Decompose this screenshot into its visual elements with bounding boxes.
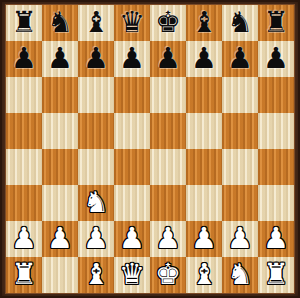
square-b1[interactable] [42, 257, 78, 293]
square-f4[interactable] [186, 149, 222, 185]
square-a5[interactable] [6, 113, 42, 149]
square-g5[interactable] [222, 113, 258, 149]
square-d5[interactable] [114, 113, 150, 149]
black-bishop[interactable]: ♝ [191, 5, 217, 40]
square-b4[interactable] [42, 149, 78, 185]
square-f7[interactable]: ♟ [186, 41, 222, 77]
white-pawn[interactable]: ♟ [11, 221, 37, 256]
square-b5[interactable] [42, 113, 78, 149]
white-knight[interactable]: ♞ [227, 257, 253, 292]
square-d3[interactable] [114, 185, 150, 221]
square-b8[interactable]: ♞ [42, 5, 78, 41]
square-h2[interactable]: ♟ [258, 221, 294, 257]
white-pawn[interactable]: ♟ [83, 221, 109, 256]
white-bishop[interactable]: ♝ [191, 257, 217, 292]
black-pawn[interactable]: ♟ [47, 41, 73, 76]
square-a7[interactable]: ♟ [6, 41, 42, 77]
square-g1[interactable]: ♞ [222, 257, 258, 293]
black-pawn[interactable]: ♟ [83, 41, 109, 76]
square-c8[interactable]: ♝ [78, 5, 114, 41]
square-e4[interactable] [150, 149, 186, 185]
square-g8[interactable]: ♞ [222, 5, 258, 41]
black-queen[interactable]: ♛ [119, 5, 145, 40]
black-pawn[interactable]: ♟ [119, 41, 145, 76]
square-c1[interactable]: ♝ [78, 257, 114, 293]
white-pawn[interactable]: ♟ [191, 221, 217, 256]
square-d4[interactable] [114, 149, 150, 185]
square-h8[interactable]: ♜ [258, 5, 294, 41]
square-e6[interactable] [150, 77, 186, 113]
square-e5[interactable] [150, 113, 186, 149]
square-h5[interactable] [258, 113, 294, 149]
square-h4[interactable] [258, 149, 294, 185]
square-f3[interactable] [186, 185, 222, 221]
square-d6[interactable] [114, 77, 150, 113]
square-a3[interactable] [6, 185, 42, 221]
black-pawn[interactable]: ♟ [227, 41, 253, 76]
square-f8[interactable]: ♝ [186, 5, 222, 41]
white-pawn[interactable]: ♟ [119, 221, 145, 256]
black-rook[interactable]: ♜ [11, 5, 37, 40]
black-rook[interactable]: ♜ [263, 5, 289, 40]
square-e2[interactable]: ♟ [150, 221, 186, 257]
square-g6[interactable] [222, 77, 258, 113]
square-h1[interactable]: ♜ [258, 257, 294, 293]
square-c4[interactable] [78, 149, 114, 185]
chess-board-frame: ♜♞♝♛♚♝♞♜♟♟♟♟♟♟♟♟♞♟♟♟♟♟♟♟♟♜♝♛♚♝♞♜ [0, 0, 300, 298]
square-b3[interactable] [42, 185, 78, 221]
square-a1[interactable]: ♜ [6, 257, 42, 293]
square-g4[interactable] [222, 149, 258, 185]
square-e1[interactable]: ♚ [150, 257, 186, 293]
black-bishop[interactable]: ♝ [83, 5, 109, 40]
square-b7[interactable]: ♟ [42, 41, 78, 77]
black-pawn[interactable]: ♟ [263, 41, 289, 76]
square-d8[interactable]: ♛ [114, 5, 150, 41]
square-b2[interactable]: ♟ [42, 221, 78, 257]
white-pawn[interactable]: ♟ [263, 221, 289, 256]
chess-board: ♜♞♝♛♚♝♞♜♟♟♟♟♟♟♟♟♞♟♟♟♟♟♟♟♟♜♝♛♚♝♞♜ [6, 5, 294, 293]
square-d7[interactable]: ♟ [114, 41, 150, 77]
square-g2[interactable]: ♟ [222, 221, 258, 257]
black-pawn[interactable]: ♟ [11, 41, 37, 76]
square-f2[interactable]: ♟ [186, 221, 222, 257]
square-f1[interactable]: ♝ [186, 257, 222, 293]
square-g7[interactable]: ♟ [222, 41, 258, 77]
black-knight[interactable]: ♞ [227, 5, 253, 40]
square-a4[interactable] [6, 149, 42, 185]
square-f6[interactable] [186, 77, 222, 113]
square-c7[interactable]: ♟ [78, 41, 114, 77]
square-d1[interactable]: ♛ [114, 257, 150, 293]
white-rook[interactable]: ♜ [11, 257, 37, 292]
square-c6[interactable] [78, 77, 114, 113]
square-a2[interactable]: ♟ [6, 221, 42, 257]
white-rook[interactable]: ♜ [263, 257, 289, 292]
white-queen[interactable]: ♛ [119, 257, 145, 292]
square-h3[interactable] [258, 185, 294, 221]
black-knight[interactable]: ♞ [47, 5, 73, 40]
square-b6[interactable] [42, 77, 78, 113]
square-d2[interactable]: ♟ [114, 221, 150, 257]
square-e8[interactable]: ♚ [150, 5, 186, 41]
black-pawn[interactable]: ♟ [191, 41, 217, 76]
square-c2[interactable]: ♟ [78, 221, 114, 257]
square-f5[interactable] [186, 113, 222, 149]
white-bishop[interactable]: ♝ [83, 257, 109, 292]
black-pawn[interactable]: ♟ [155, 41, 181, 76]
white-king[interactable]: ♚ [155, 257, 181, 292]
square-g3[interactable] [222, 185, 258, 221]
white-pawn[interactable]: ♟ [155, 221, 181, 256]
black-king[interactable]: ♚ [155, 5, 181, 40]
square-h6[interactable] [258, 77, 294, 113]
square-h7[interactable]: ♟ [258, 41, 294, 77]
square-e7[interactable]: ♟ [150, 41, 186, 77]
square-a8[interactable]: ♜ [6, 5, 42, 41]
white-pawn[interactable]: ♟ [47, 221, 73, 256]
square-e3[interactable] [150, 185, 186, 221]
white-pawn[interactable]: ♟ [227, 221, 253, 256]
square-c3[interactable]: ♞ [78, 185, 114, 221]
white-knight[interactable]: ♞ [83, 185, 109, 220]
square-a6[interactable] [6, 77, 42, 113]
square-c5[interactable] [78, 113, 114, 149]
